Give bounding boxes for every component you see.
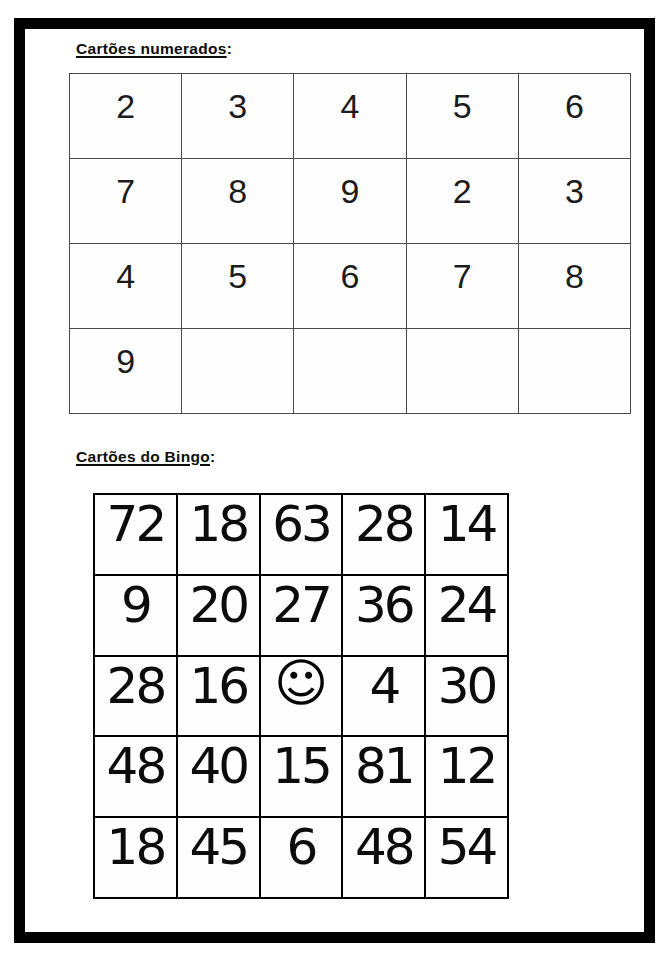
numbered-cards-grid: 2345678923456789 (69, 73, 631, 414)
bingo-cell-r1c5: 14 (426, 495, 509, 576)
numbered-cell-r3c5: 8 (519, 244, 631, 329)
bingo-cell-r1c4: 28 (343, 495, 426, 576)
bingo-cards-heading-text: Cartões do Bingo (76, 448, 210, 465)
bingo-cell-r4c5: 12 (426, 737, 509, 818)
numbered-cell-r3c1: 4 (70, 244, 182, 329)
bingo-cell-r5c3: 6 (261, 818, 344, 899)
bingo-cell-r1c2: 18 (178, 495, 261, 576)
numbered-cards-heading-text: Cartões numerados (76, 40, 227, 57)
bingo-cell-r2c2: 20 (178, 576, 261, 657)
numbered-cell-r3c2: 5 (182, 244, 294, 329)
numbered-cell-r4c3 (294, 329, 406, 414)
bingo-cell-r4c3: 15 (261, 737, 344, 818)
bingo-cell-r5c4: 48 (343, 818, 426, 899)
numbered-cell-r3c3: 6 (294, 244, 406, 329)
numbered-cell-r1c2: 3 (182, 74, 294, 159)
numbered-cell-r2c1: 7 (70, 159, 182, 244)
numbered-cell-r1c3: 4 (294, 74, 406, 159)
numbered-cell-r4c5 (519, 329, 631, 414)
numbered-cards-heading: Cartões numerados: (76, 40, 232, 58)
bingo-cell-r2c1: 9 (95, 576, 178, 657)
bingo-cell-r2c5: 24 (426, 576, 509, 657)
bingo-cell-r5c2: 45 (178, 818, 261, 899)
bingo-cell-r1c1: 72 (95, 495, 178, 576)
numbered-cell-r4c2 (182, 329, 294, 414)
bingo-cell-r1c3: 63 (261, 495, 344, 576)
numbered-cell-r1c1: 2 (70, 74, 182, 159)
numbered-cell-r1c5: 6 (519, 74, 631, 159)
smiley-face-icon: ☺ (261, 657, 344, 738)
numbered-cell-r2c4: 2 (407, 159, 519, 244)
bingo-cell-r3c1: 28 (95, 657, 178, 738)
numbered-cell-r2c2: 8 (182, 159, 294, 244)
numbered-cell-r3c4: 7 (407, 244, 519, 329)
bingo-cell-r2c4: 36 (343, 576, 426, 657)
numbered-cell-r4c1: 9 (70, 329, 182, 414)
bingo-cards-heading-colon: : (210, 448, 215, 465)
bingo-cell-r4c2: 40 (178, 737, 261, 818)
numbered-cell-r1c4: 5 (407, 74, 519, 159)
bingo-cell-r5c1: 18 (95, 818, 178, 899)
numbered-cell-r4c4 (407, 329, 519, 414)
bingo-cell-r2c3: 27 (261, 576, 344, 657)
numbered-cards-heading-colon: : (227, 40, 232, 57)
bingo-cell-r3c5: 30 (426, 657, 509, 738)
bingo-cell-r3c2: 16 (178, 657, 261, 738)
bingo-cell-r5c5: 54 (426, 818, 509, 899)
bingo-cards-heading: Cartões do Bingo: (76, 448, 215, 466)
bingo-card-grid: 72186328149202736242816☺4304840158112184… (93, 493, 509, 899)
bingo-cell-r3c4: 4 (343, 657, 426, 738)
bingo-cell-r4c1: 48 (95, 737, 178, 818)
numbered-cell-r2c3: 9 (294, 159, 406, 244)
numbered-cell-r2c5: 3 (519, 159, 631, 244)
bingo-cell-r4c4: 81 (343, 737, 426, 818)
